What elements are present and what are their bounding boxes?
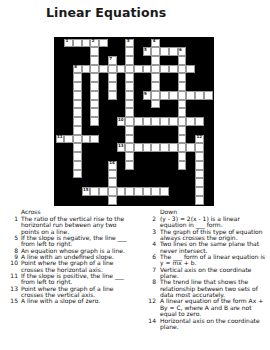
black-cell — [117, 178, 126, 187]
black-cell — [134, 178, 143, 187]
black-cell — [195, 47, 204, 56]
black-cell — [99, 108, 108, 117]
grid-cell[interactable] — [125, 187, 134, 196]
grid-cell[interactable]: 9 — [143, 91, 152, 100]
worksheet-page: { "title": "Linear Equations", "game": "… — [0, 0, 270, 350]
black-cell — [108, 100, 117, 109]
grid-cell[interactable] — [160, 187, 169, 196]
black-cell — [143, 161, 152, 170]
grid-cell[interactable] — [186, 91, 195, 100]
grid-cell[interactable] — [186, 143, 195, 152]
black-cell — [134, 73, 143, 82]
grid-cell[interactable] — [125, 108, 134, 117]
across-clues-section: Across 1The ratio of the vertical rise t… — [8, 209, 135, 305]
black-cell — [204, 152, 213, 161]
black-cell — [125, 196, 134, 205]
grid-cell[interactable]: 1 — [64, 39, 73, 48]
black-cell — [117, 108, 126, 117]
black-cell — [82, 170, 91, 179]
black-cell — [151, 152, 160, 161]
grid-cell[interactable] — [64, 135, 73, 144]
grid-cell[interactable] — [125, 152, 134, 161]
clue-number: 12 — [144, 298, 156, 304]
grid-cell[interactable] — [125, 135, 134, 144]
black-cell — [151, 135, 160, 144]
black-cell — [186, 178, 195, 187]
grid-cell[interactable] — [195, 152, 204, 161]
grid-cell[interactable] — [169, 65, 178, 74]
grid-cell[interactable]: 10 — [117, 117, 126, 126]
black-cell — [160, 82, 169, 91]
grid-cell[interactable] — [73, 143, 82, 152]
grid-cell[interactable] — [178, 108, 187, 117]
black-cell — [82, 47, 91, 56]
black-cell — [204, 47, 213, 56]
clue-text: If the slope is negative, the line ___ f… — [21, 235, 135, 248]
grid-cell[interactable] — [108, 82, 117, 91]
black-cell — [56, 100, 65, 109]
black-cell — [195, 73, 204, 82]
clue-across-5: 5If the slope is negative, the line ___ … — [8, 235, 135, 248]
grid-cell[interactable] — [73, 152, 82, 161]
black-cell — [117, 161, 126, 170]
grid-cell[interactable] — [178, 135, 187, 144]
grid-cell[interactable] — [125, 161, 134, 170]
black-cell — [169, 108, 178, 117]
black-cell — [108, 39, 117, 48]
grid-cell[interactable] — [90, 47, 99, 56]
black-cell — [204, 196, 213, 205]
black-cell — [160, 178, 169, 187]
grid-cell[interactable] — [90, 82, 99, 91]
grid-cell[interactable] — [73, 108, 82, 117]
grid-cell[interactable]: 6 — [178, 47, 187, 56]
clue-text: If the slope is positive, the line ___ f… — [21, 273, 135, 286]
grid-cell[interactable]: 3 — [125, 39, 134, 48]
grid-cell[interactable] — [90, 56, 99, 65]
black-cell — [186, 39, 195, 48]
grid-cell[interactable] — [90, 100, 99, 109]
black-cell — [151, 108, 160, 117]
grid-cell[interactable] — [143, 117, 152, 126]
grid-cell[interactable] — [151, 143, 160, 152]
clue-number: 2 — [144, 216, 156, 222]
black-cell — [186, 108, 195, 117]
black-cell — [204, 82, 213, 91]
black-cell — [73, 47, 82, 56]
grid-cell[interactable] — [90, 135, 99, 144]
clue-text: (y - 3) = 2(x - 1) is a linear equation … — [160, 216, 268, 229]
black-cell — [204, 117, 213, 126]
grid-cell[interactable] — [178, 152, 187, 161]
black-cell — [134, 108, 143, 117]
grid-cell[interactable] — [108, 65, 117, 74]
black-cell — [134, 135, 143, 144]
black-cell — [73, 178, 82, 187]
black-cell — [151, 161, 160, 170]
clue-across-11: 11If the slope is positive, the line ___… — [8, 273, 135, 286]
black-cell — [186, 82, 195, 91]
black-cell — [134, 196, 143, 205]
black-cell — [99, 56, 108, 65]
black-cell — [56, 196, 65, 205]
black-cell — [108, 143, 117, 152]
black-cell — [82, 56, 91, 65]
grid-cell[interactable] — [151, 187, 160, 196]
black-cell — [99, 91, 108, 100]
black-cell — [64, 56, 73, 65]
grid-cell[interactable] — [73, 170, 82, 179]
black-cell — [90, 161, 99, 170]
grid-cell[interactable] — [73, 100, 82, 109]
grid-cell[interactable] — [125, 117, 134, 126]
grid-cell[interactable] — [90, 91, 99, 100]
clue-down-14: 14Horizontal axis on the coordinate plan… — [144, 318, 268, 331]
black-cell — [108, 108, 117, 117]
black-cell — [186, 161, 195, 170]
black-cell — [117, 126, 126, 135]
grid-cell[interactable] — [90, 187, 99, 196]
cell-number: 14 — [109, 161, 115, 166]
grid-cell[interactable] — [125, 100, 134, 109]
black-cell — [56, 91, 65, 100]
grid-cell[interactable] — [108, 170, 117, 179]
cell-number: 1 — [66, 39, 69, 44]
black-cell — [64, 82, 73, 91]
black-cell — [195, 56, 204, 65]
grid-cell[interactable] — [195, 178, 204, 187]
grid-cell[interactable] — [160, 65, 169, 74]
grid-cell[interactable] — [160, 91, 169, 100]
grid-cell[interactable] — [134, 187, 143, 196]
grid-cell[interactable] — [117, 187, 126, 196]
grid-cell[interactable] — [151, 82, 160, 91]
grid-cell[interactable] — [73, 39, 82, 48]
grid-cell[interactable] — [90, 108, 99, 117]
grid-cell[interactable]: 8 — [73, 65, 82, 74]
grid-cell[interactable] — [195, 91, 204, 100]
grid-cell[interactable] — [151, 73, 160, 82]
black-cell — [186, 47, 195, 56]
grid-cell[interactable]: 11 — [56, 135, 65, 144]
black-cell — [82, 152, 91, 161]
black-cell — [99, 196, 108, 205]
grid-cell[interactable] — [160, 117, 169, 126]
black-cell — [117, 100, 126, 109]
black-cell — [195, 100, 204, 109]
black-cell — [99, 100, 108, 109]
black-cell — [99, 82, 108, 91]
black-cell — [82, 108, 91, 117]
black-cell — [186, 100, 195, 109]
black-cell — [169, 135, 178, 144]
black-cell — [195, 39, 204, 48]
grid-cell[interactable]: 4 — [151, 39, 160, 48]
grid-cell[interactable] — [90, 65, 99, 74]
black-cell — [169, 178, 178, 187]
black-cell — [90, 126, 99, 135]
black-cell — [117, 73, 126, 82]
grid-cell[interactable] — [178, 143, 187, 152]
crossword-grid: 123456789101112131415 — [54, 37, 214, 206]
clue-number: 6 — [144, 254, 156, 260]
black-cell — [186, 187, 195, 196]
black-cell — [99, 126, 108, 135]
grid-cell[interactable] — [82, 65, 91, 74]
grid-cell[interactable] — [151, 91, 160, 100]
cell-number: 11 — [57, 135, 63, 140]
grid-cell[interactable] — [125, 126, 134, 135]
grid-cell[interactable] — [178, 56, 187, 65]
cell-number: 8 — [74, 65, 77, 70]
black-cell — [160, 126, 169, 135]
black-cell — [204, 187, 213, 196]
black-cell — [90, 178, 99, 187]
grid-cell[interactable] — [125, 82, 134, 91]
black-cell — [56, 39, 65, 48]
grid-cell[interactable] — [99, 65, 108, 74]
black-cell — [151, 178, 160, 187]
black-cell — [134, 91, 143, 100]
grid-cell[interactable] — [143, 187, 152, 196]
clue-text: The trend line that shows the relationsh… — [160, 279, 268, 298]
black-cell — [160, 39, 169, 48]
grid-cell[interactable] — [108, 178, 117, 187]
black-cell — [56, 82, 65, 91]
grid-cell[interactable] — [108, 187, 117, 196]
grid-cell[interactable] — [108, 196, 117, 205]
grid-cell[interactable] — [151, 117, 160, 126]
grid-cell[interactable] — [82, 135, 91, 144]
grid-cell[interactable] — [169, 91, 178, 100]
black-cell — [108, 117, 117, 126]
grid-cell[interactable] — [90, 73, 99, 82]
black-cell — [82, 73, 91, 82]
black-cell — [178, 196, 187, 205]
black-cell — [169, 170, 178, 179]
black-cell — [169, 187, 178, 196]
grid-cell[interactable] — [117, 65, 126, 74]
grid-cell[interactable] — [195, 196, 204, 205]
grid-cell[interactable] — [143, 143, 152, 152]
grid-cell[interactable] — [178, 73, 187, 82]
grid-cell[interactable] — [160, 143, 169, 152]
grid-cell[interactable] — [178, 91, 187, 100]
grid-cell[interactable]: 15 — [82, 187, 91, 196]
black-cell — [169, 39, 178, 48]
grid-cell[interactable] — [82, 39, 91, 48]
grid-cell[interactable] — [73, 126, 82, 135]
cell-number: 2 — [92, 39, 95, 44]
black-cell — [186, 135, 195, 144]
black-cell — [169, 196, 178, 205]
grid-cell[interactable] — [151, 56, 160, 65]
black-cell — [169, 126, 178, 135]
black-cell — [108, 126, 117, 135]
grid-cell[interactable] — [108, 91, 117, 100]
grid-cell[interactable]: 13 — [117, 143, 126, 152]
grid-cell[interactable] — [160, 47, 169, 56]
black-cell — [204, 73, 213, 82]
black-cell — [64, 117, 73, 126]
grid-cell[interactable] — [204, 91, 213, 100]
black-cell — [169, 73, 178, 82]
black-cell — [64, 73, 73, 82]
grid-cell[interactable] — [186, 65, 195, 74]
grid-cell[interactable] — [143, 65, 152, 74]
clue-across-15: 15A line with a slope of zero. — [8, 298, 135, 304]
grid-cell[interactable] — [178, 65, 187, 74]
grid-cell[interactable] — [125, 143, 134, 152]
black-cell — [134, 82, 143, 91]
black-cell — [195, 65, 204, 74]
grid-cell[interactable] — [125, 73, 134, 82]
grid-cell[interactable] — [73, 73, 82, 82]
black-cell — [90, 152, 99, 161]
grid-cell[interactable] — [73, 161, 82, 170]
grid-cell[interactable] — [195, 117, 204, 126]
cell-number: 7 — [109, 57, 112, 62]
black-cell — [178, 170, 187, 179]
black-cell — [143, 135, 152, 144]
black-cell — [143, 196, 152, 205]
black-cell — [117, 91, 126, 100]
black-cell — [186, 56, 195, 65]
grid-cell[interactable] — [108, 73, 117, 82]
clue-text: A linear equation of the form Ax + By = … — [160, 298, 268, 317]
black-cell — [117, 170, 126, 179]
black-cell — [64, 143, 73, 152]
grid-cell[interactable] — [151, 47, 160, 56]
cell-number: 10 — [118, 118, 124, 123]
black-cell — [195, 82, 204, 91]
grid-cell[interactable] — [178, 82, 187, 91]
grid-cell[interactable] — [195, 161, 204, 170]
clue-number: 5 — [8, 235, 18, 241]
grid-cell[interactable] — [195, 187, 204, 196]
grid-cell[interactable] — [73, 135, 82, 144]
grid-cell[interactable] — [178, 117, 187, 126]
black-cell — [56, 73, 65, 82]
black-cell — [169, 152, 178, 161]
black-cell — [82, 143, 91, 152]
black-cell — [56, 56, 65, 65]
grid-cell[interactable]: 14 — [108, 161, 117, 170]
grid-cell[interactable] — [178, 100, 187, 109]
black-cell — [134, 170, 143, 179]
grid-cell[interactable] — [99, 39, 108, 48]
grid-cell[interactable] — [169, 117, 178, 126]
grid-cell[interactable] — [134, 117, 143, 126]
black-cell — [64, 100, 73, 109]
clue-down-6: 6The ___ form of a linear equation is y … — [144, 254, 268, 267]
grid-cell[interactable] — [125, 56, 134, 65]
black-cell — [90, 170, 99, 179]
cell-number: 9 — [144, 92, 147, 97]
black-cell — [64, 170, 73, 179]
cell-number: 5 — [144, 48, 147, 53]
black-cell — [143, 178, 152, 187]
black-cell — [82, 178, 91, 187]
black-cell — [125, 170, 134, 179]
black-cell — [117, 82, 126, 91]
black-cell — [134, 100, 143, 109]
grid-cell[interactable] — [178, 161, 187, 170]
grid-cell[interactable] — [195, 143, 204, 152]
grid-cell[interactable] — [134, 65, 143, 74]
black-cell — [64, 196, 73, 205]
grid-cell[interactable]: 12 — [195, 135, 204, 144]
black-cell — [64, 91, 73, 100]
black-cell — [151, 196, 160, 205]
black-cell — [143, 126, 152, 135]
grid-cell[interactable] — [125, 91, 134, 100]
clue-number: 3 — [144, 229, 156, 235]
black-cell — [64, 65, 73, 74]
black-cell — [64, 187, 73, 196]
grid-cell[interactable] — [195, 170, 204, 179]
black-cell — [117, 47, 126, 56]
grid-cell[interactable] — [125, 47, 134, 56]
black-cell — [178, 178, 187, 187]
black-cell — [143, 82, 152, 91]
black-cell — [169, 161, 178, 170]
grid-cell[interactable]: 7 — [108, 56, 117, 65]
black-cell — [56, 47, 65, 56]
grid-cell[interactable] — [73, 91, 82, 100]
black-cell — [134, 56, 143, 65]
grid-cell[interactable] — [178, 126, 187, 135]
grid-cell[interactable] — [169, 47, 178, 56]
grid-cell[interactable]: 2 — [90, 39, 99, 48]
grid-cell[interactable] — [99, 187, 108, 196]
black-cell — [125, 178, 134, 187]
black-cell — [99, 73, 108, 82]
black-cell — [56, 178, 65, 187]
grid-cell[interactable] — [186, 117, 195, 126]
cell-number: 15 — [83, 188, 89, 193]
clue-text: A line with a slope of zero. — [21, 298, 135, 304]
black-cell — [56, 65, 65, 74]
black-cell — [64, 108, 73, 117]
grid-cell[interactable] — [73, 117, 82, 126]
black-cell — [56, 152, 65, 161]
grid-cell[interactable] — [125, 65, 134, 74]
black-cell — [56, 143, 65, 152]
black-cell — [143, 152, 152, 161]
grid-cell[interactable] — [151, 65, 160, 74]
clue-down-8: 8The trend line that shows the relations… — [144, 279, 268, 298]
black-cell — [143, 170, 152, 179]
grid-cell[interactable] — [73, 82, 82, 91]
cell-number: 6 — [179, 48, 182, 53]
black-cell — [160, 108, 169, 117]
grid-cell[interactable] — [90, 117, 99, 126]
grid-cell[interactable] — [151, 100, 160, 109]
black-cell — [64, 126, 73, 135]
clue-number: 13 — [8, 286, 18, 292]
clue-text: The ratio of the vertical rise to the ho… — [21, 216, 135, 235]
black-cell — [82, 117, 91, 126]
black-cell — [204, 108, 213, 117]
black-cell — [73, 187, 82, 196]
black-cell — [160, 196, 169, 205]
grid-cell[interactable] — [169, 143, 178, 152]
black-cell — [82, 161, 91, 170]
grid-cell[interactable] — [134, 143, 143, 152]
black-cell — [56, 117, 65, 126]
grid-cell[interactable]: 5 — [143, 47, 152, 56]
